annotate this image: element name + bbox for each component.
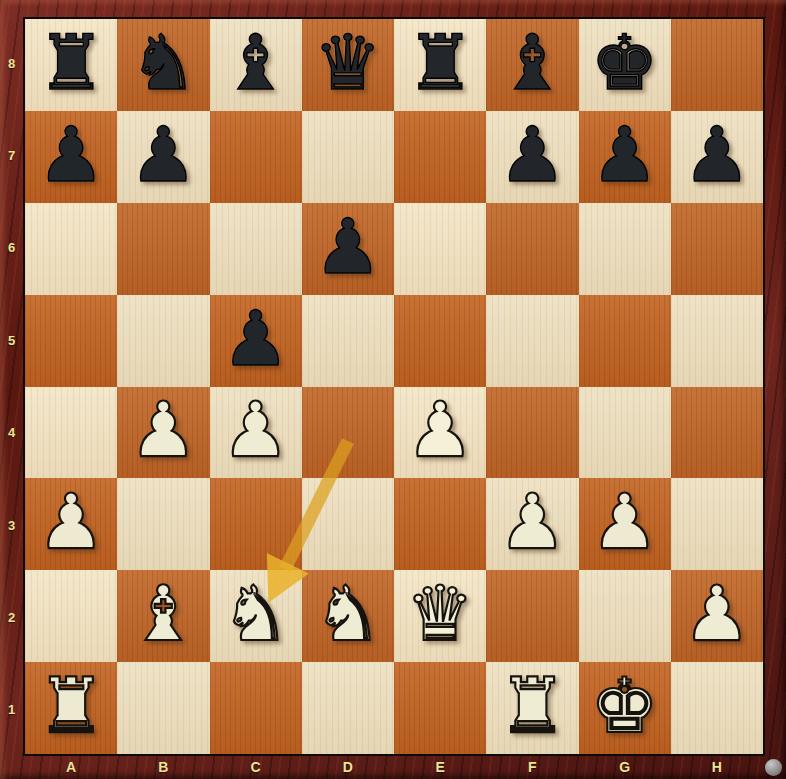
piece-black-queen: ♛ [314, 25, 382, 101]
file-label-f: F [486, 754, 578, 779]
square-b6[interactable] [117, 203, 209, 295]
square-h6[interactable] [671, 203, 763, 295]
square-c2[interactable]: ♞ [210, 570, 302, 662]
square-a4[interactable] [25, 387, 117, 479]
square-a3[interactable]: ♟ [25, 478, 117, 570]
piece-white-knight: ♞ [222, 576, 290, 652]
square-d4[interactable] [302, 387, 394, 479]
piece-black-rook: ♜ [37, 25, 105, 101]
square-g6[interactable] [579, 203, 671, 295]
piece-white-pawn: ♟ [591, 484, 659, 560]
square-d3[interactable] [302, 478, 394, 570]
square-d2[interactable]: ♞ [302, 570, 394, 662]
piece-white-pawn: ♟ [129, 392, 197, 468]
square-f8[interactable]: ♝ [486, 19, 578, 111]
square-b2[interactable]: ♝ [117, 570, 209, 662]
square-a7[interactable]: ♟ [25, 111, 117, 203]
square-b1[interactable] [117, 662, 209, 754]
square-c7[interactable] [210, 111, 302, 203]
square-a2[interactable] [25, 570, 117, 662]
file-label-a: A [25, 754, 117, 779]
rank-label-3: 3 [0, 479, 23, 571]
square-d7[interactable] [302, 111, 394, 203]
square-e7[interactable] [394, 111, 486, 203]
square-h3[interactable] [671, 478, 763, 570]
square-h4[interactable] [671, 387, 763, 479]
square-f7[interactable]: ♟ [486, 111, 578, 203]
square-f1[interactable]: ♜ [486, 662, 578, 754]
square-c3[interactable] [210, 478, 302, 570]
file-label-b: B [117, 754, 209, 779]
rank-label-2: 2 [0, 571, 23, 663]
file-label-g: G [579, 754, 671, 779]
square-h5[interactable] [671, 295, 763, 387]
piece-white-pawn: ♟ [222, 392, 290, 468]
rank-label-8: 8 [0, 17, 23, 109]
square-c6[interactable] [210, 203, 302, 295]
piece-black-knight: ♞ [129, 25, 197, 101]
file-labels: ABCDEFGH [25, 754, 763, 779]
square-f5[interactable] [486, 295, 578, 387]
square-h1[interactable] [671, 662, 763, 754]
file-label-h: H [671, 754, 763, 779]
piece-white-rook: ♜ [498, 668, 566, 744]
square-a5[interactable] [25, 295, 117, 387]
piece-white-pawn: ♟ [37, 484, 105, 560]
square-g8[interactable]: ♚ [579, 19, 671, 111]
square-a8[interactable]: ♜ [25, 19, 117, 111]
file-label-c: C [210, 754, 302, 779]
square-f2[interactable] [486, 570, 578, 662]
square-d5[interactable] [302, 295, 394, 387]
square-e2[interactable]: ♛ [394, 570, 486, 662]
square-b8[interactable]: ♞ [117, 19, 209, 111]
square-d1[interactable] [302, 662, 394, 754]
board-frame: ♜♞♝♛♜♝♚♟♟♟♟♟♟♟♟♟♟♟♟♟♝♞♞♛♟♜♜♚ 87654321 AB… [0, 0, 786, 779]
piece-white-bishop: ♝ [129, 576, 197, 652]
piece-black-king: ♚ [591, 25, 659, 101]
piece-white-king: ♚ [591, 668, 659, 744]
square-b7[interactable]: ♟ [117, 111, 209, 203]
file-label-e: E [394, 754, 486, 779]
square-e6[interactable] [394, 203, 486, 295]
square-c4[interactable]: ♟ [210, 387, 302, 479]
square-b4[interactable]: ♟ [117, 387, 209, 479]
rank-labels: 87654321 [0, 17, 23, 756]
square-g7[interactable]: ♟ [579, 111, 671, 203]
square-f6[interactable] [486, 203, 578, 295]
piece-white-pawn: ♟ [683, 576, 751, 652]
square-e1[interactable] [394, 662, 486, 754]
rank-label-5: 5 [0, 294, 23, 386]
square-d8[interactable]: ♛ [302, 19, 394, 111]
square-e5[interactable] [394, 295, 486, 387]
square-f3[interactable]: ♟ [486, 478, 578, 570]
square-g3[interactable]: ♟ [579, 478, 671, 570]
rank-label-4: 4 [0, 387, 23, 479]
corner-sphere-icon [765, 759, 782, 776]
square-b3[interactable] [117, 478, 209, 570]
rank-label-1: 1 [0, 664, 23, 756]
square-a1[interactable]: ♜ [25, 662, 117, 754]
piece-black-pawn: ♟ [683, 117, 751, 193]
square-g4[interactable] [579, 387, 671, 479]
square-f4[interactable] [486, 387, 578, 479]
piece-white-pawn: ♟ [498, 484, 566, 560]
piece-white-pawn: ♟ [406, 392, 474, 468]
piece-black-pawn: ♟ [591, 117, 659, 193]
piece-black-bishop: ♝ [222, 25, 290, 101]
square-h8[interactable] [671, 19, 763, 111]
square-c1[interactable] [210, 662, 302, 754]
rank-label-7: 7 [0, 109, 23, 201]
piece-white-rook: ♜ [37, 668, 105, 744]
square-c5[interactable]: ♟ [210, 295, 302, 387]
piece-black-pawn: ♟ [314, 209, 382, 285]
square-a6[interactable] [25, 203, 117, 295]
piece-black-pawn: ♟ [37, 117, 105, 193]
piece-white-queen: ♛ [406, 576, 474, 652]
chess-board: ♜♞♝♛♜♝♚♟♟♟♟♟♟♟♟♟♟♟♟♟♝♞♞♛♟♜♜♚ [23, 17, 765, 756]
piece-white-knight: ♞ [314, 576, 382, 652]
piece-black-pawn: ♟ [222, 301, 290, 377]
square-d6[interactable]: ♟ [302, 203, 394, 295]
rank-label-6: 6 [0, 202, 23, 294]
piece-black-pawn: ♟ [498, 117, 566, 193]
square-g2[interactable] [579, 570, 671, 662]
square-g1[interactable]: ♚ [579, 662, 671, 754]
square-e3[interactable] [394, 478, 486, 570]
square-c8[interactable]: ♝ [210, 19, 302, 111]
piece-black-rook: ♜ [406, 25, 474, 101]
square-b5[interactable] [117, 295, 209, 387]
piece-black-pawn: ♟ [129, 117, 197, 193]
square-e4[interactable]: ♟ [394, 387, 486, 479]
square-e8[interactable]: ♜ [394, 19, 486, 111]
square-g5[interactable] [579, 295, 671, 387]
square-h7[interactable]: ♟ [671, 111, 763, 203]
piece-black-bishop: ♝ [498, 25, 566, 101]
file-label-d: D [302, 754, 394, 779]
square-h2[interactable]: ♟ [671, 570, 763, 662]
